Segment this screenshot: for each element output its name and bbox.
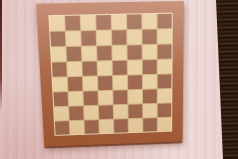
square-d6[interactable]	[97, 46, 112, 61]
square-a8[interactable]	[49, 16, 64, 31]
square-g2[interactable]	[143, 104, 157, 118]
square-a3[interactable]	[53, 92, 68, 106]
square-f7[interactable]	[127, 30, 141, 45]
square-d5[interactable]	[98, 61, 112, 75]
board-inner-border	[48, 13, 172, 136]
square-b2[interactable]	[69, 106, 83, 120]
square-b5[interactable]	[67, 62, 82, 76]
square-d3[interactable]	[98, 91, 112, 105]
square-h4[interactable]	[158, 74, 172, 88]
square-f4[interactable]	[128, 75, 142, 89]
square-e6[interactable]	[112, 46, 126, 61]
square-e1[interactable]	[114, 119, 128, 133]
square-d1[interactable]	[99, 120, 113, 134]
square-e2[interactable]	[114, 105, 128, 119]
square-c2[interactable]	[84, 106, 98, 120]
square-d4[interactable]	[98, 76, 112, 90]
square-b6[interactable]	[66, 47, 81, 62]
square-h5[interactable]	[158, 59, 172, 73]
square-g6[interactable]	[143, 45, 157, 59]
square-g8[interactable]	[142, 14, 156, 29]
square-a5[interactable]	[52, 62, 67, 76]
square-g7[interactable]	[142, 29, 156, 44]
square-b3[interactable]	[68, 92, 83, 106]
square-b1[interactable]	[70, 121, 84, 135]
square-d7[interactable]	[97, 31, 112, 46]
square-f2[interactable]	[128, 104, 142, 118]
square-f5[interactable]	[128, 60, 142, 74]
square-h8[interactable]	[158, 14, 172, 29]
square-c3[interactable]	[83, 91, 97, 105]
square-h1[interactable]	[158, 118, 172, 132]
square-e3[interactable]	[113, 90, 127, 104]
square-h3[interactable]	[158, 89, 172, 103]
square-c1[interactable]	[85, 120, 99, 134]
square-c4[interactable]	[83, 76, 97, 90]
chessboard	[36, 1, 184, 147]
square-a4[interactable]	[53, 77, 68, 91]
board-grid	[49, 14, 171, 135]
dark-wood-panel	[214, 0, 238, 159]
square-b7[interactable]	[66, 31, 81, 46]
table-edge-left	[0, 0, 2, 112]
square-f6[interactable]	[127, 45, 141, 59]
square-g1[interactable]	[143, 118, 157, 132]
square-d2[interactable]	[99, 105, 113, 119]
square-f8[interactable]	[127, 14, 141, 29]
square-e7[interactable]	[112, 30, 126, 45]
square-h7[interactable]	[158, 29, 172, 44]
board-frame	[36, 1, 184, 147]
square-h2[interactable]	[158, 103, 172, 117]
square-g4[interactable]	[143, 75, 157, 89]
square-b8[interactable]	[65, 16, 80, 31]
square-c5[interactable]	[82, 61, 97, 75]
square-c8[interactable]	[81, 15, 96, 30]
square-c7[interactable]	[81, 31, 96, 46]
square-a7[interactable]	[50, 32, 65, 47]
square-g3[interactable]	[143, 89, 157, 103]
square-f1[interactable]	[129, 119, 143, 133]
scene	[0, 0, 238, 159]
square-g5[interactable]	[143, 60, 157, 74]
square-e4[interactable]	[113, 76, 127, 90]
square-e5[interactable]	[113, 61, 127, 75]
square-a2[interactable]	[54, 107, 69, 121]
square-a6[interactable]	[51, 47, 66, 62]
square-h6[interactable]	[158, 44, 172, 58]
square-e8[interactable]	[112, 15, 127, 30]
square-c6[interactable]	[82, 46, 97, 61]
square-a1[interactable]	[55, 121, 69, 135]
square-b4[interactable]	[68, 77, 83, 91]
square-f3[interactable]	[128, 90, 142, 104]
square-d8[interactable]	[96, 15, 111, 30]
